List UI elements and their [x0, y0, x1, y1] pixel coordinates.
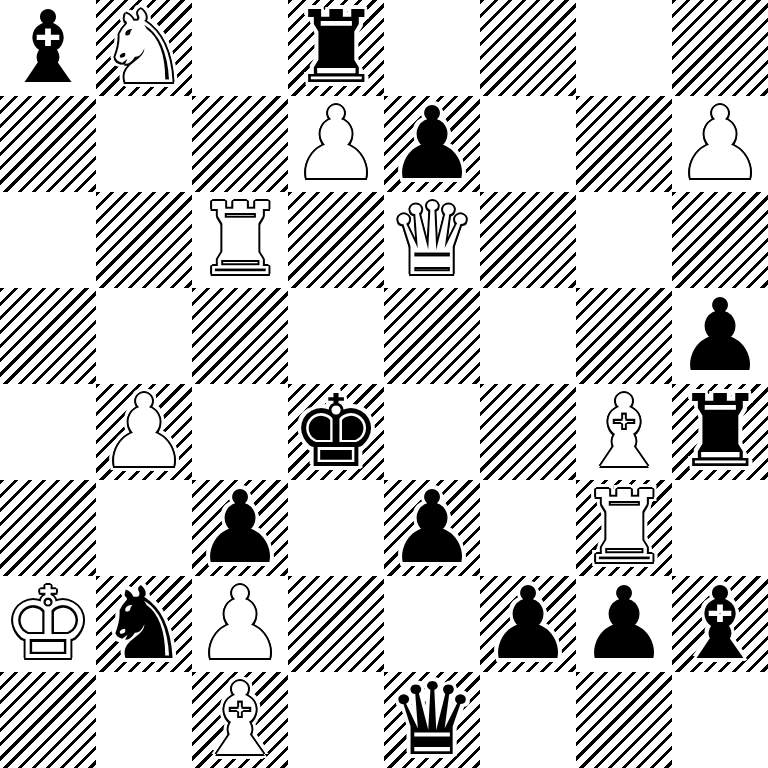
square-e8[interactable]: [384, 0, 480, 96]
square-c7[interactable]: [192, 96, 288, 192]
square-a7[interactable]: [0, 96, 96, 192]
square-g2[interactable]: ♟: [576, 576, 672, 672]
square-b1[interactable]: [96, 672, 192, 768]
black-pawn: ♟: [483, 576, 573, 672]
square-b2[interactable]: ♞: [96, 576, 192, 672]
square-f7[interactable]: [480, 96, 576, 192]
square-f1[interactable]: [480, 672, 576, 768]
black-pawn: ♟: [675, 288, 765, 384]
black-knight: ♞: [99, 576, 189, 672]
square-g8[interactable]: [576, 0, 672, 96]
square-a1[interactable]: [0, 672, 96, 768]
square-d1[interactable]: [288, 672, 384, 768]
square-c6[interactable]: ♜: [192, 192, 288, 288]
square-a3[interactable]: [0, 480, 96, 576]
square-d6[interactable]: [288, 192, 384, 288]
square-c1[interactable]: ♝: [192, 672, 288, 768]
square-h2[interactable]: ♝: [672, 576, 768, 672]
square-f6[interactable]: [480, 192, 576, 288]
square-e3[interactable]: ♟: [384, 480, 480, 576]
square-e1[interactable]: ♛: [384, 672, 480, 768]
square-e6[interactable]: ♛: [384, 192, 480, 288]
white-knight: ♞: [99, 0, 189, 96]
black-rook: ♜: [291, 0, 381, 96]
black-queen: ♛: [387, 672, 477, 768]
black-bishop: ♝: [675, 576, 765, 672]
square-f4[interactable]: [480, 384, 576, 480]
chess-board: ♝♞♜♟♟♟♜♛♟♟♚♝♜♟♟♜♚♞♟♟♟♝♝♛: [0, 0, 768, 768]
square-b7[interactable]: [96, 96, 192, 192]
square-c3[interactable]: ♟: [192, 480, 288, 576]
square-c5[interactable]: [192, 288, 288, 384]
white-king: ♚: [3, 576, 93, 672]
square-e7[interactable]: ♟: [384, 96, 480, 192]
square-e2[interactable]: [384, 576, 480, 672]
white-pawn: ♟: [195, 576, 285, 672]
black-bishop: ♝: [3, 0, 93, 96]
white-bishop: ♝: [579, 384, 669, 480]
square-d3[interactable]: [288, 480, 384, 576]
square-b5[interactable]: [96, 288, 192, 384]
black-pawn: ♟: [195, 480, 285, 576]
square-g3[interactable]: ♜: [576, 480, 672, 576]
square-g6[interactable]: [576, 192, 672, 288]
square-f8[interactable]: [480, 0, 576, 96]
square-a6[interactable]: [0, 192, 96, 288]
square-c2[interactable]: ♟: [192, 576, 288, 672]
white-bishop: ♝: [195, 672, 285, 768]
black-pawn: ♟: [579, 576, 669, 672]
square-a4[interactable]: [0, 384, 96, 480]
square-c8[interactable]: [192, 0, 288, 96]
square-h7[interactable]: ♟: [672, 96, 768, 192]
square-g7[interactable]: [576, 96, 672, 192]
square-e4[interactable]: [384, 384, 480, 480]
square-h3[interactable]: [672, 480, 768, 576]
square-g4[interactable]: ♝: [576, 384, 672, 480]
square-f2[interactable]: ♟: [480, 576, 576, 672]
black-pawn: ♟: [387, 96, 477, 192]
white-pawn: ♟: [99, 384, 189, 480]
square-g1[interactable]: [576, 672, 672, 768]
square-f5[interactable]: [480, 288, 576, 384]
square-c4[interactable]: [192, 384, 288, 480]
square-d8[interactable]: ♜: [288, 0, 384, 96]
square-b6[interactable]: [96, 192, 192, 288]
square-a2[interactable]: ♚: [0, 576, 96, 672]
black-pawn: ♟: [387, 480, 477, 576]
square-d5[interactable]: [288, 288, 384, 384]
black-rook: ♜: [675, 384, 765, 480]
white-pawn: ♟: [291, 96, 381, 192]
square-b4[interactable]: ♟: [96, 384, 192, 480]
white-pawn: ♟: [675, 96, 765, 192]
white-rook: ♜: [195, 192, 285, 288]
square-h4[interactable]: ♜: [672, 384, 768, 480]
square-a5[interactable]: [0, 288, 96, 384]
square-f3[interactable]: [480, 480, 576, 576]
square-h1[interactable]: [672, 672, 768, 768]
square-h5[interactable]: ♟: [672, 288, 768, 384]
square-d2[interactable]: [288, 576, 384, 672]
square-g5[interactable]: [576, 288, 672, 384]
square-e5[interactable]: [384, 288, 480, 384]
black-king: ♚: [291, 384, 381, 480]
square-d4[interactable]: ♚: [288, 384, 384, 480]
square-b3[interactable]: [96, 480, 192, 576]
square-d7[interactable]: ♟: [288, 96, 384, 192]
square-a8[interactable]: ♝: [0, 0, 96, 96]
square-b8[interactable]: ♞: [96, 0, 192, 96]
square-h8[interactable]: [672, 0, 768, 96]
white-queen: ♛: [387, 192, 477, 288]
square-h6[interactable]: [672, 192, 768, 288]
white-rook: ♜: [579, 480, 669, 576]
